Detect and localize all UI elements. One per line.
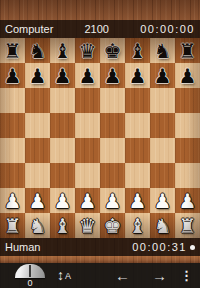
- piece-white-knight: ♞: [150, 213, 175, 238]
- piece-black-pawn: ♟: [125, 63, 150, 88]
- chess-board[interactable]: ♜♞♝♛♚♝♞♜♟♟♟♟♟♟♟♟♟♟♟♟♟♟♟♟♜♞♝♛♚♝♞♜: [0, 38, 200, 238]
- square-b2[interactable]: ♟: [25, 188, 50, 213]
- square-a1[interactable]: ♜: [0, 213, 25, 238]
- piece-black-pawn: ♟: [150, 63, 175, 88]
- square-e1[interactable]: ♚: [100, 213, 125, 238]
- piece-black-knight: ♞: [150, 38, 175, 63]
- square-a7[interactable]: ♟: [0, 63, 25, 88]
- square-c6[interactable]: [50, 88, 75, 113]
- square-b6[interactable]: [25, 88, 50, 113]
- wood-divider-strip: [0, 256, 200, 263]
- piece-white-queen: ♛: [75, 213, 100, 238]
- square-h1[interactable]: ♜: [175, 213, 200, 238]
- square-f8[interactable]: ♝: [125, 38, 150, 63]
- square-g3[interactable]: [150, 163, 175, 188]
- square-e7[interactable]: ♟: [100, 63, 125, 88]
- square-e5[interactable]: [100, 113, 125, 138]
- piece-black-queen: ♛: [75, 38, 100, 63]
- piece-white-pawn: ♟: [175, 188, 200, 213]
- square-c5[interactable]: [50, 113, 75, 138]
- overflow-menu-icon: ⋮: [180, 268, 193, 283]
- square-c7[interactable]: ♟: [50, 63, 75, 88]
- piece-white-pawn: ♟: [50, 188, 75, 213]
- player-clock: 00:00:31: [132, 238, 187, 256]
- square-a8[interactable]: ♜: [0, 38, 25, 63]
- piece-black-pawn: ♟: [0, 63, 25, 88]
- piece-black-pawn: ♟: [25, 63, 50, 88]
- overflow-menu-button[interactable]: ⋮: [180, 266, 193, 285]
- opponent-rating: 2100: [53, 20, 140, 38]
- square-d3[interactable]: [75, 163, 100, 188]
- square-a5[interactable]: [0, 113, 25, 138]
- square-d1[interactable]: ♛: [75, 213, 100, 238]
- opponent-bar: Computer 2100 00:00:00: [0, 20, 200, 38]
- redo-move-button[interactable]: →: [152, 265, 167, 286]
- square-a3[interactable]: [0, 163, 25, 188]
- engine-gauge-button[interactable]: 0: [13, 264, 47, 288]
- square-e6[interactable]: [100, 88, 125, 113]
- square-d7[interactable]: ♟: [75, 63, 100, 88]
- square-c1[interactable]: ♝: [50, 213, 75, 238]
- square-f6[interactable]: [125, 88, 150, 113]
- square-g8[interactable]: ♞: [150, 38, 175, 63]
- square-f7[interactable]: ♟: [125, 63, 150, 88]
- piece-black-rook: ♜: [175, 38, 200, 63]
- square-h7[interactable]: ♟: [175, 63, 200, 88]
- square-g6[interactable]: [150, 88, 175, 113]
- piece-white-pawn: ♟: [25, 188, 50, 213]
- square-e8[interactable]: ♚: [100, 38, 125, 63]
- square-g4[interactable]: [150, 138, 175, 163]
- square-a4[interactable]: [0, 138, 25, 163]
- piece-white-king: ♚: [100, 213, 125, 238]
- gauge-needle-icon: [29, 265, 31, 277]
- square-c8[interactable]: ♝: [50, 38, 75, 63]
- square-f2[interactable]: ♟: [125, 188, 150, 213]
- piece-white-rook: ♜: [175, 213, 200, 238]
- piece-white-pawn: ♟: [125, 188, 150, 213]
- piece-black-pawn: ♟: [50, 63, 75, 88]
- square-f1[interactable]: ♝: [125, 213, 150, 238]
- opponent-clock: 00:00:00: [140, 20, 195, 38]
- piece-black-knight: ♞: [25, 38, 50, 63]
- bottom-toolbar: 0 ↕A ← → ⋮: [0, 263, 200, 288]
- square-h4[interactable]: [175, 138, 200, 163]
- square-e3[interactable]: [100, 163, 125, 188]
- piece-black-rook: ♜: [0, 38, 25, 63]
- player-bar: Human 00:00:31: [0, 238, 200, 256]
- square-h2[interactable]: ♟: [175, 188, 200, 213]
- opponent-name: Computer: [5, 20, 53, 38]
- square-e4[interactable]: [100, 138, 125, 163]
- player-name: Human: [5, 238, 40, 256]
- square-g1[interactable]: ♞: [150, 213, 175, 238]
- square-f4[interactable]: [125, 138, 150, 163]
- gauge-value: 0: [13, 278, 47, 288]
- forward-arrow-icon: →: [152, 267, 167, 284]
- back-arrow-icon: ←: [115, 267, 130, 284]
- piece-white-pawn: ♟: [150, 188, 175, 213]
- square-h8[interactable]: ♜: [175, 38, 200, 63]
- square-d4[interactable]: [75, 138, 100, 163]
- square-e2[interactable]: ♟: [100, 188, 125, 213]
- square-a6[interactable]: [0, 88, 25, 113]
- piece-white-knight: ♞: [25, 213, 50, 238]
- piece-black-bishop: ♝: [50, 38, 75, 63]
- square-d6[interactable]: [75, 88, 100, 113]
- piece-black-king: ♚: [100, 38, 125, 63]
- piece-white-pawn: ♟: [75, 188, 100, 213]
- square-g5[interactable]: [150, 113, 175, 138]
- square-d2[interactable]: ♟: [75, 188, 100, 213]
- piece-black-bishop: ♝: [125, 38, 150, 63]
- square-f3[interactable]: [125, 163, 150, 188]
- chess-app-screen: Computer 2100 00:00:00 ♜♞♝♛♚♝♞♜♟♟♟♟♟♟♟♟♟…: [0, 0, 200, 288]
- square-h6[interactable]: [175, 88, 200, 113]
- piece-white-pawn: ♟: [0, 188, 25, 213]
- turn-indicator-dot-icon: [190, 245, 195, 250]
- piece-white-rook: ♜: [0, 213, 25, 238]
- square-b4[interactable]: [25, 138, 50, 163]
- piece-black-pawn: ♟: [75, 63, 100, 88]
- piece-white-pawn: ♟: [100, 188, 125, 213]
- piece-black-pawn: ♟: [175, 63, 200, 88]
- square-h5[interactable]: [175, 113, 200, 138]
- square-g7[interactable]: ♟: [150, 63, 175, 88]
- square-c2[interactable]: ♟: [50, 188, 75, 213]
- top-wood-background: [0, 0, 200, 20]
- square-h3[interactable]: [175, 163, 200, 188]
- square-f5[interactable]: [125, 113, 150, 138]
- square-c4[interactable]: [50, 138, 75, 163]
- square-d8[interactable]: ♛: [75, 38, 100, 63]
- auto-flip-label: A: [65, 271, 71, 281]
- square-b8[interactable]: ♞: [25, 38, 50, 63]
- square-a2[interactable]: ♟: [0, 188, 25, 213]
- undo-move-button[interactable]: ←: [115, 265, 130, 286]
- square-b3[interactable]: [25, 163, 50, 188]
- piece-white-bishop: ♝: [50, 213, 75, 238]
- engine-gauge-icon: [15, 264, 45, 278]
- updown-arrow-icon: ↕: [57, 267, 64, 283]
- square-g2[interactable]: ♟: [150, 188, 175, 213]
- square-b5[interactable]: [25, 113, 50, 138]
- piece-white-bishop: ♝: [125, 213, 150, 238]
- square-b7[interactable]: ♟: [25, 63, 50, 88]
- square-c3[interactable]: [50, 163, 75, 188]
- piece-black-pawn: ♟: [100, 63, 125, 88]
- square-b1[interactable]: ♞: [25, 213, 50, 238]
- square-d5[interactable]: [75, 113, 100, 138]
- auto-flip-button[interactable]: ↕A: [57, 266, 71, 286]
